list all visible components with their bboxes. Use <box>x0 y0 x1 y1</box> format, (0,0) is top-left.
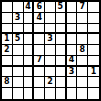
cell-r2c8[interactable] <box>77 13 88 24</box>
cell-r5c6[interactable] <box>56 45 67 56</box>
cell-r7c2[interactable] <box>13 67 24 78</box>
cell-r8c2[interactable] <box>13 77 24 88</box>
cell-r1c7[interactable] <box>67 2 78 13</box>
cell-r2c3[interactable] <box>24 13 35 24</box>
cell-r7c6[interactable] <box>56 67 67 78</box>
cell-r1c5[interactable] <box>45 2 56 13</box>
cell-r4c4[interactable] <box>34 34 45 45</box>
cell-r3c5[interactable] <box>45 24 56 35</box>
cell-r4c8[interactable] <box>77 34 88 45</box>
cell-r3c1[interactable] <box>2 24 13 35</box>
cell-r7c7[interactable]: 3 <box>67 67 78 78</box>
cell-r6c3[interactable] <box>24 56 35 67</box>
cell-r5c2[interactable] <box>13 45 24 56</box>
cell-r3c3[interactable] <box>24 24 35 35</box>
cell-r6c8[interactable] <box>77 56 88 67</box>
cell-r9c2[interactable] <box>13 88 24 99</box>
cell-r1c6[interactable]: 5 <box>56 2 67 13</box>
cell-r1c9[interactable] <box>88 2 99 13</box>
cell-r9c9[interactable] <box>88 88 99 99</box>
cell-r8c4[interactable] <box>34 77 45 88</box>
cell-r4c2[interactable]: 5 <box>13 34 24 45</box>
cell-r2c2[interactable]: 3 <box>13 13 24 24</box>
cell-r8c9[interactable] <box>88 77 99 88</box>
cell-r7c1[interactable] <box>2 67 13 78</box>
cell-r5c8[interactable]: 8 <box>77 45 88 56</box>
cell-r5c5[interactable] <box>45 45 56 56</box>
cell-r1c3[interactable]: 4 <box>24 2 35 13</box>
cell-r2c1[interactable] <box>2 13 13 24</box>
cell-r7c5[interactable] <box>45 67 56 78</box>
cell-r4c7[interactable] <box>67 34 78 45</box>
cell-r8c7[interactable] <box>67 77 78 88</box>
cell-r6c7[interactable]: 4 <box>67 56 78 67</box>
cell-r5c7[interactable] <box>67 45 78 56</box>
cell-r9c8[interactable] <box>77 88 88 99</box>
cell-r8c5[interactable]: 2 <box>45 77 56 88</box>
cell-r3c7[interactable] <box>67 24 78 35</box>
cell-r1c1[interactable] <box>2 2 13 13</box>
cell-r2c9[interactable] <box>88 13 99 24</box>
cell-r4c9[interactable] <box>88 34 99 45</box>
sudoku-board: 46573415328743182 <box>0 0 101 101</box>
cell-r2c7[interactable] <box>67 13 78 24</box>
cell-r6c4[interactable]: 7 <box>34 56 45 67</box>
cell-r9c4[interactable] <box>34 88 45 99</box>
cell-r4c3[interactable] <box>24 34 35 45</box>
cell-r3c4[interactable] <box>34 24 45 35</box>
cell-r6c9[interactable] <box>88 56 99 67</box>
cell-r1c2[interactable] <box>13 2 24 13</box>
cell-r4c6[interactable] <box>56 34 67 45</box>
cell-r6c2[interactable] <box>13 56 24 67</box>
cell-r9c6[interactable] <box>56 88 67 99</box>
cell-r7c3[interactable] <box>24 67 35 78</box>
cell-r8c6[interactable] <box>56 77 67 88</box>
cell-r6c1[interactable] <box>2 56 13 67</box>
cell-r2c6[interactable] <box>56 13 67 24</box>
cell-r4c1[interactable]: 1 <box>2 34 13 45</box>
cell-r6c5[interactable] <box>45 56 56 67</box>
cell-r5c4[interactable] <box>34 45 45 56</box>
cell-r3c2[interactable] <box>13 24 24 35</box>
cell-r6c6[interactable] <box>56 56 67 67</box>
cell-r7c4[interactable] <box>34 67 45 78</box>
cell-r3c9[interactable] <box>88 24 99 35</box>
cell-r2c4[interactable]: 4 <box>34 13 45 24</box>
cell-r8c3[interactable] <box>24 77 35 88</box>
cell-r3c6[interactable] <box>56 24 67 35</box>
cell-r7c8[interactable] <box>77 67 88 78</box>
cell-r9c1[interactable] <box>2 88 13 99</box>
cell-r8c1[interactable]: 8 <box>2 77 13 88</box>
cell-r9c5[interactable] <box>45 88 56 99</box>
cell-r1c8[interactable]: 7 <box>77 2 88 13</box>
cell-r9c3[interactable] <box>24 88 35 99</box>
cell-r4c5[interactable]: 3 <box>45 34 56 45</box>
cell-r9c7[interactable] <box>67 88 78 99</box>
cell-r1c4[interactable]: 6 <box>34 2 45 13</box>
cell-r3c8[interactable] <box>77 24 88 35</box>
cell-r5c1[interactable]: 2 <box>2 45 13 56</box>
cell-r5c3[interactable] <box>24 45 35 56</box>
cell-r7c9[interactable]: 1 <box>88 67 99 78</box>
cell-r5c9[interactable] <box>88 45 99 56</box>
cell-r2c5[interactable] <box>45 13 56 24</box>
cell-r8c8[interactable] <box>77 77 88 88</box>
